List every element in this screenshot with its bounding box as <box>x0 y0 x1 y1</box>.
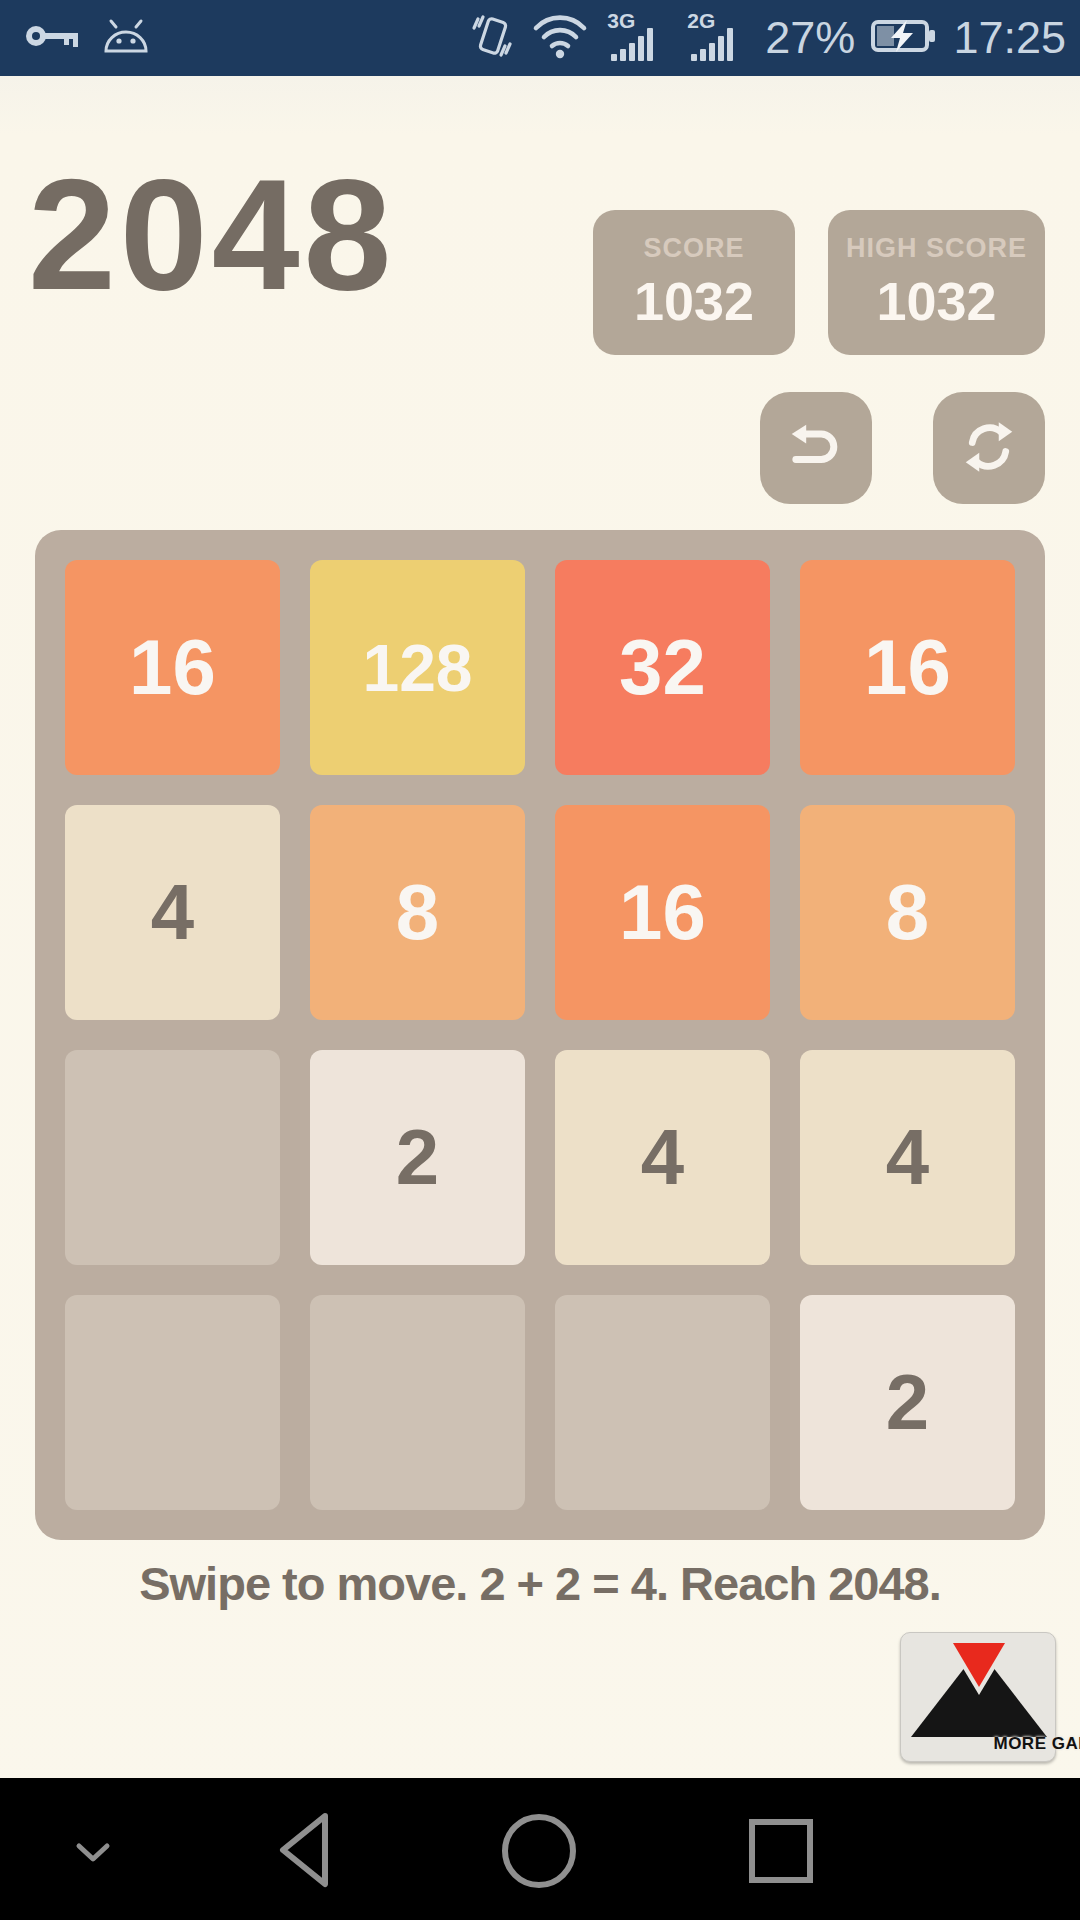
status-bar: 3G 2G 27% 17:25 <box>0 0 1080 76</box>
tile-32: 32 <box>555 560 770 775</box>
empty-cell <box>65 1295 280 1510</box>
key-icon <box>24 21 82 55</box>
status-bar-left <box>24 18 150 58</box>
more-games-button[interactable]: MORE GAMES <box>900 1632 1056 1762</box>
empty-cell <box>65 1050 280 1265</box>
score-panel: SCORE 1032 <box>593 210 795 355</box>
high-score-value: 1032 <box>876 270 996 332</box>
navigation-bar <box>0 1778 1080 1920</box>
empty-cell <box>310 1295 525 1510</box>
battery-percent: 27% <box>765 12 855 64</box>
wifi-icon <box>531 13 589 63</box>
sim2-signal-bars <box>691 28 733 61</box>
clock: 17:25 <box>953 12 1066 64</box>
tile-16: 16 <box>800 560 1015 775</box>
tile-4: 4 <box>65 805 280 1020</box>
battery-charging-icon <box>871 17 937 59</box>
signal-strength-sim1-icon: 3G <box>605 8 669 68</box>
undo-icon <box>785 416 847 481</box>
tile-4: 4 <box>800 1050 1015 1265</box>
red-triangle-icon <box>953 1643 1005 1687</box>
new-game-button[interactable] <box>933 392 1045 504</box>
empty-cell <box>555 1295 770 1510</box>
hide-navbar-chevron-icon[interactable] <box>74 1842 112 1868</box>
more-games-label: MORE GAMES <box>978 1734 1080 1754</box>
tile-16: 16 <box>555 805 770 1020</box>
back-icon[interactable] <box>272 1810 334 1894</box>
screen: 3G 2G 27% 17:25 2048 SCORE 1032 <box>0 0 1080 1920</box>
tile-16: 16 <box>65 560 280 775</box>
hint-text: Swipe to move. 2 + 2 = 4. Reach 2048. <box>0 1556 1080 1611</box>
game-board[interactable]: 161283216481682442 <box>35 530 1045 1540</box>
android-icon <box>102 18 150 58</box>
vibrate-icon <box>469 12 515 64</box>
app-title: 2048 <box>28 148 396 322</box>
refresh-icon <box>959 417 1019 480</box>
sim1-signal-bars <box>611 28 653 61</box>
score-label: SCORE <box>643 233 744 264</box>
home-icon[interactable] <box>500 1812 578 1894</box>
tile-2: 2 <box>800 1295 1015 1510</box>
tile-8: 8 <box>310 805 525 1020</box>
signal-strength-sim2-icon: 2G <box>685 8 749 68</box>
score-value: 1032 <box>634 270 754 332</box>
status-bar-right: 3G 2G 27% 17:25 <box>469 8 1066 68</box>
high-score-panel: HIGH SCORE 1032 <box>828 210 1045 355</box>
tile-4: 4 <box>555 1050 770 1265</box>
recents-icon[interactable] <box>748 1818 814 1888</box>
tile-128: 128 <box>310 560 525 775</box>
undo-button[interactable] <box>760 392 872 504</box>
tile-8: 8 <box>800 805 1015 1020</box>
tile-2: 2 <box>310 1050 525 1265</box>
high-score-label: HIGH SCORE <box>846 233 1027 264</box>
